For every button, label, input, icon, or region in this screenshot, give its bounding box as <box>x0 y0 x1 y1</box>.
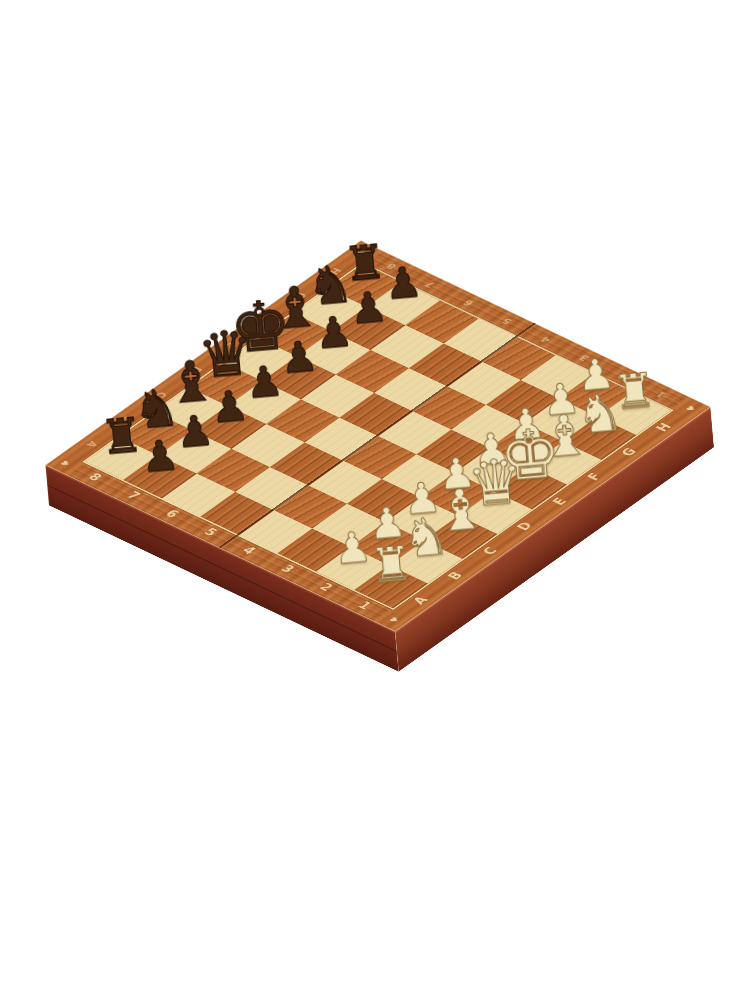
corner-inlay-h1: ♥ <box>679 402 702 415</box>
corner-inlay-a8: ♥ <box>54 457 77 470</box>
product-photo-canvas: ♜♞♝♛♚♝♞♜♟♟♟♟♟♟♟♟♟♟♟♟♟♟♟♟♜♞♝♛♚♝♞♜ ABCDEFG… <box>0 0 733 1000</box>
chess-board: ♜♞♝♛♚♝♞♜♟♟♟♟♟♟♟♟♟♟♟♟♟♟♟♟♜♞♝♛♚♝♞♜ ABCDEFG… <box>46 241 711 632</box>
corner-inlay-h8: ♥ <box>351 245 374 258</box>
square-d3 <box>382 454 455 497</box>
corner-inlay-a1: ♥ <box>383 613 406 626</box>
